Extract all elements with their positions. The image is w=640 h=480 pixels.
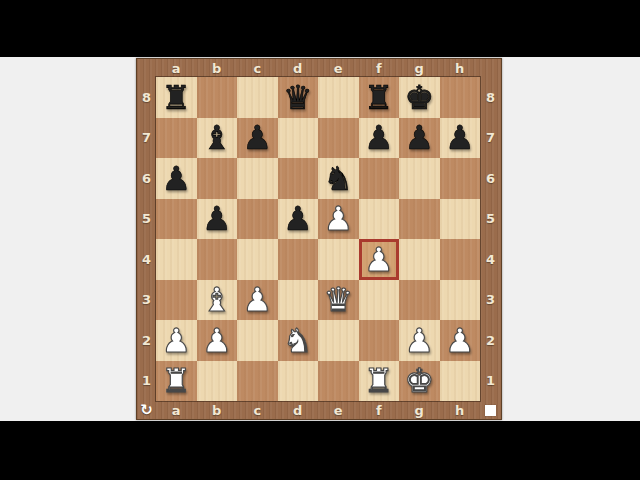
square-f7[interactable]: ♟ <box>359 118 400 159</box>
file-label-h-bottom: h <box>440 401 481 419</box>
square-e2[interactable] <box>318 320 359 361</box>
rank-label-7-right: 7 <box>480 118 501 159</box>
square-g4[interactable] <box>399 239 440 280</box>
square-f4[interactable]: ♟ <box>359 239 400 280</box>
piece-black-rook[interactable]: ♜ <box>156 77 197 118</box>
square-g6[interactable] <box>399 158 440 199</box>
piece-white-pawn[interactable]: ♟ <box>440 320 481 361</box>
piece-black-pawn[interactable]: ♟ <box>237 118 278 159</box>
square-c8[interactable] <box>237 77 278 118</box>
square-d2[interactable]: ♞ <box>278 320 319 361</box>
piece-white-bishop[interactable]: ♝ <box>197 280 238 321</box>
square-f8[interactable]: ♜ <box>359 77 400 118</box>
rank-label-8-left: 8 <box>137 77 156 118</box>
file-label-e-bottom: e <box>318 401 359 419</box>
white-square-indicator-icon <box>485 405 496 416</box>
rank-label-7-left: 7 <box>137 118 156 159</box>
piece-black-queen[interactable]: ♛ <box>278 77 319 118</box>
square-a2[interactable]: ♟ <box>156 320 197 361</box>
piece-black-pawn[interactable]: ♟ <box>399 118 440 159</box>
letterbox-top-bar <box>0 0 640 57</box>
square-d5[interactable]: ♟ <box>278 199 319 240</box>
rank-label-4-right: 4 <box>480 239 501 280</box>
chess-board: abcdefgh8♜♛♜♚87♝♟♟♟♟76♟♞65♟♟♟54♟43♝♟♛32♟… <box>136 58 502 420</box>
square-d7[interactable] <box>278 118 319 159</box>
square-e7[interactable] <box>318 118 359 159</box>
square-a3[interactable] <box>156 280 197 321</box>
rank-label-5-left: 5 <box>137 199 156 240</box>
square-e3[interactable]: ♛ <box>318 280 359 321</box>
square-f1[interactable]: ♜ <box>359 361 400 402</box>
piece-white-pawn[interactable]: ♟ <box>156 320 197 361</box>
square-a8[interactable]: ♜ <box>156 77 197 118</box>
file-label-f-bottom: f <box>359 401 400 419</box>
piece-white-rook[interactable]: ♜ <box>359 361 400 402</box>
square-g5[interactable] <box>399 199 440 240</box>
square-d3[interactable] <box>278 280 319 321</box>
square-g8[interactable]: ♚ <box>399 77 440 118</box>
file-label-h-top: h <box>440 59 481 77</box>
square-h2[interactable]: ♟ <box>440 320 481 361</box>
piece-black-knight[interactable]: ♞ <box>318 158 359 199</box>
rank-label-5-right: 5 <box>480 199 501 240</box>
rank-label-6-right: 6 <box>480 158 501 199</box>
file-label-d-top: d <box>278 59 319 77</box>
piece-black-pawn[interactable]: ♟ <box>197 199 238 240</box>
square-f6[interactable] <box>359 158 400 199</box>
rank-label-1-right: 1 <box>480 361 501 402</box>
file-label-c-top: c <box>237 59 278 77</box>
piece-white-queen[interactable]: ♛ <box>318 280 359 321</box>
square-c1[interactable] <box>237 361 278 402</box>
rank-label-6-left: 6 <box>137 158 156 199</box>
square-g7[interactable]: ♟ <box>399 118 440 159</box>
piece-black-pawn[interactable]: ♟ <box>156 158 197 199</box>
piece-black-king[interactable]: ♚ <box>399 77 440 118</box>
square-d4[interactable] <box>278 239 319 280</box>
piece-white-rook[interactable]: ♜ <box>156 361 197 402</box>
file-label-a-bottom: a <box>156 401 197 419</box>
corner-cell <box>137 59 156 77</box>
square-g1[interactable]: ♚ <box>399 361 440 402</box>
corner-cell <box>480 401 501 419</box>
square-c7[interactable]: ♟ <box>237 118 278 159</box>
square-f3[interactable] <box>359 280 400 321</box>
piece-white-pawn[interactable]: ♟ <box>318 199 359 240</box>
piece-black-pawn[interactable]: ♟ <box>440 118 481 159</box>
file-label-g-top: g <box>399 59 440 77</box>
rank-label-3-left: 3 <box>137 280 156 321</box>
file-label-b-top: b <box>197 59 238 77</box>
square-h7[interactable]: ♟ <box>440 118 481 159</box>
square-b2[interactable]: ♟ <box>197 320 238 361</box>
square-b1[interactable] <box>197 361 238 402</box>
square-a6[interactable]: ♟ <box>156 158 197 199</box>
piece-black-rook[interactable]: ♜ <box>359 77 400 118</box>
square-d1[interactable] <box>278 361 319 402</box>
square-e5[interactable]: ♟ <box>318 199 359 240</box>
piece-white-pawn[interactable]: ♟ <box>359 239 400 280</box>
square-b4[interactable] <box>197 239 238 280</box>
piece-white-knight[interactable]: ♞ <box>278 320 319 361</box>
flip-board-icon[interactable]: ↻ <box>140 403 153 418</box>
piece-black-pawn[interactable]: ♟ <box>359 118 400 159</box>
square-b5[interactable]: ♟ <box>197 199 238 240</box>
square-e1[interactable] <box>318 361 359 402</box>
file-label-g-bottom: g <box>399 401 440 419</box>
rank-label-1-left: 1 <box>137 361 156 402</box>
square-b7[interactable]: ♝ <box>197 118 238 159</box>
square-b8[interactable] <box>197 77 238 118</box>
rank-label-8-right: 8 <box>480 77 501 118</box>
square-f5[interactable] <box>359 199 400 240</box>
piece-white-pawn[interactable]: ♟ <box>399 320 440 361</box>
square-f2[interactable] <box>359 320 400 361</box>
square-c2[interactable] <box>237 320 278 361</box>
square-d8[interactable]: ♛ <box>278 77 319 118</box>
piece-black-pawn[interactable]: ♟ <box>278 199 319 240</box>
square-c6[interactable] <box>237 158 278 199</box>
square-c3[interactable]: ♟ <box>237 280 278 321</box>
square-a1[interactable]: ♜ <box>156 361 197 402</box>
square-a7[interactable] <box>156 118 197 159</box>
file-label-d-bottom: d <box>278 401 319 419</box>
video-frame: abcdefgh8♜♛♜♚87♝♟♟♟♟76♟♞65♟♟♟54♟43♝♟♛32♟… <box>0 0 640 480</box>
square-a4[interactable] <box>156 239 197 280</box>
piece-black-bishop[interactable]: ♝ <box>197 118 238 159</box>
square-h6[interactable] <box>440 158 481 199</box>
rank-label-2-right: 2 <box>480 320 501 361</box>
rank-label-3-right: 3 <box>480 280 501 321</box>
file-label-a-top: a <box>156 59 197 77</box>
square-d6[interactable] <box>278 158 319 199</box>
letterbox-bottom-bar <box>0 421 640 480</box>
square-h5[interactable] <box>440 199 481 240</box>
square-h1[interactable] <box>440 361 481 402</box>
square-h8[interactable] <box>440 77 481 118</box>
file-label-b-bottom: b <box>197 401 238 419</box>
square-e8[interactable] <box>318 77 359 118</box>
rank-label-4-left: 4 <box>137 239 156 280</box>
square-g2[interactable]: ♟ <box>399 320 440 361</box>
square-a5[interactable] <box>156 199 197 240</box>
piece-white-king[interactable]: ♚ <box>399 361 440 402</box>
piece-white-pawn[interactable]: ♟ <box>237 280 278 321</box>
square-e6[interactable]: ♞ <box>318 158 359 199</box>
file-label-f-top: f <box>359 59 400 77</box>
rank-label-2-left: 2 <box>137 320 156 361</box>
square-h4[interactable] <box>440 239 481 280</box>
square-b3[interactable]: ♝ <box>197 280 238 321</box>
square-h3[interactable] <box>440 280 481 321</box>
square-g3[interactable] <box>399 280 440 321</box>
file-label-c-bottom: c <box>237 401 278 419</box>
square-c5[interactable] <box>237 199 278 240</box>
corner-cell <box>480 59 501 77</box>
corner-cell: ↻ <box>137 401 156 419</box>
square-c4[interactable] <box>237 239 278 280</box>
square-e4[interactable] <box>318 239 359 280</box>
square-b6[interactable] <box>197 158 238 199</box>
file-label-e-top: e <box>318 59 359 77</box>
piece-white-pawn[interactable]: ♟ <box>197 320 238 361</box>
